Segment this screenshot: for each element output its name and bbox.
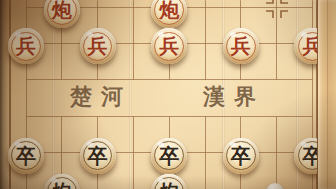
piece-character: 兵 xyxy=(159,28,179,64)
piece-character: 卒 xyxy=(231,138,251,174)
xiangqi-board[interactable]: 楚河 漢界 炮炮兵兵兵兵兵卒卒卒卒卒炮炮 xyxy=(0,0,336,189)
piece-red-cannon[interactable]: 炮 xyxy=(151,0,187,28)
piece-character: 炮 xyxy=(159,174,179,189)
vacated-cannon-point-marker xyxy=(264,0,290,20)
board-frame-right xyxy=(317,0,336,189)
piece-character: 卒 xyxy=(159,138,179,174)
piece-red-soldier[interactable]: 兵 xyxy=(151,28,187,64)
piece-character: 卒 xyxy=(88,138,108,174)
piece-character: 兵 xyxy=(88,28,108,64)
piece-red-soldier[interactable]: 兵 xyxy=(223,28,259,64)
piece-black-cannon[interactable]: 炮 xyxy=(44,174,80,189)
piece-red-soldier[interactable]: 兵 xyxy=(80,28,116,64)
piece-black-soldier[interactable]: 卒 xyxy=(223,138,259,174)
piece-character: 炮 xyxy=(159,0,179,28)
grid-line xyxy=(26,79,313,80)
piece-character: 卒 xyxy=(16,138,36,174)
grid-line xyxy=(133,0,134,80)
piece-character: 兵 xyxy=(16,28,36,64)
last-move-origin-marker xyxy=(266,183,284,189)
grid-line xyxy=(26,116,313,117)
piece-character: 兵 xyxy=(231,28,251,64)
piece-character: 炮 xyxy=(52,174,72,189)
river-label-right: 漢界 xyxy=(203,82,265,112)
piece-black-cannon[interactable]: 炮 xyxy=(151,174,187,189)
piece-character: 炮 xyxy=(52,0,72,28)
piece-black-soldier[interactable]: 卒 xyxy=(8,138,44,174)
piece-black-soldier[interactable]: 卒 xyxy=(80,138,116,174)
piece-red-soldier[interactable]: 兵 xyxy=(8,28,44,64)
game-screen: 楚河 漢界 炮炮兵兵兵兵兵卒卒卒卒卒炮炮 xyxy=(0,0,336,189)
grid-line xyxy=(205,0,206,80)
piece-red-cannon[interactable]: 炮 xyxy=(44,0,80,28)
piece-black-soldier[interactable]: 卒 xyxy=(151,138,187,174)
river-label-left: 楚河 xyxy=(70,82,132,112)
